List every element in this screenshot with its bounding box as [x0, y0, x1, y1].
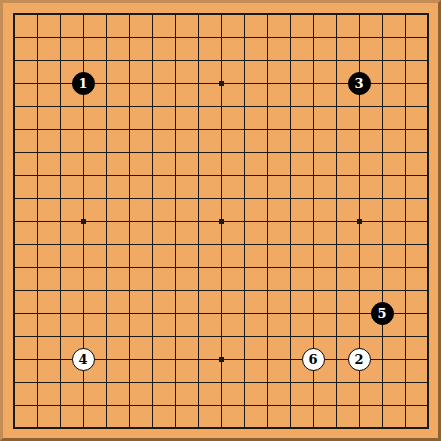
stone-black-d16: 1 [72, 72, 95, 95]
star-point [357, 219, 362, 224]
star-point [219, 219, 224, 224]
move-number-label: 2 [354, 353, 363, 366]
move-number-label: 4 [78, 353, 87, 366]
stone-white-q4: 2 [348, 348, 371, 371]
move-number-label: 5 [377, 307, 386, 320]
star-point [219, 81, 224, 86]
stone-black-r6: 5 [371, 302, 394, 325]
board-surface: 123456 [3, 3, 438, 438]
go-board-diagram: 123456 [0, 0, 441, 441]
star-point [81, 219, 86, 224]
move-number-label: 1 [78, 77, 87, 90]
move-number-label: 6 [308, 353, 317, 366]
stone-white-o4: 6 [302, 348, 325, 371]
stone-white-d4: 4 [72, 348, 95, 371]
star-point [219, 357, 224, 362]
move-number-label: 3 [354, 77, 363, 90]
stone-black-q16: 3 [348, 72, 371, 95]
